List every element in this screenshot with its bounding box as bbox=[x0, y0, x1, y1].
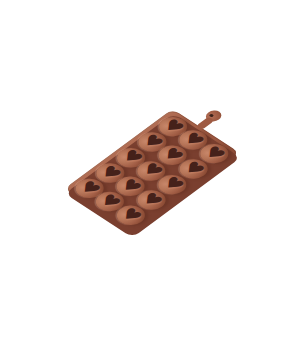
heart-cavity-icon: ♥ bbox=[179, 159, 208, 179]
hang-hole bbox=[208, 113, 214, 117]
cavity-grid: ♥♥♥♥♥♥♥♥♥♥♥♥♥♥♥ bbox=[69, 112, 235, 230]
hanging-tab bbox=[203, 108, 225, 123]
heart-cavity-icon: ♥ bbox=[158, 174, 187, 194]
mold-tray: ♥♥♥♥♥♥♥♥♥♥♥♥♥♥♥ bbox=[64, 109, 240, 233]
heart-cavity-icon: ♥ bbox=[116, 205, 145, 225]
heart-cavity-icon: ♥ bbox=[200, 144, 229, 164]
heart-cavity-icon: ♥ bbox=[137, 190, 166, 210]
product-photo: ♥♥♥♥♥♥♥♥♥♥♥♥♥♥♥ bbox=[0, 0, 291, 353]
